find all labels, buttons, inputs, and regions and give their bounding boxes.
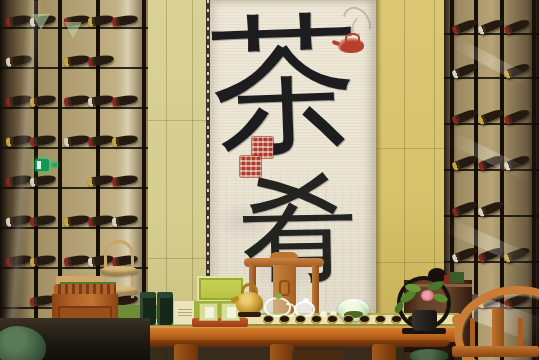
teacup	[278, 314, 290, 324]
wine-bottle	[111, 14, 138, 27]
wine-bottle	[29, 214, 56, 227]
seal-stamp	[252, 137, 273, 158]
wine-bottle	[63, 94, 90, 107]
teapot-illustration	[338, 38, 364, 53]
glass-decal	[32, 14, 50, 30]
glass-decal	[64, 22, 82, 38]
stool-under-table	[292, 350, 344, 360]
exit-indicator-light	[52, 163, 57, 167]
stand-tray	[100, 266, 138, 275]
seal-stamp	[240, 156, 261, 177]
teacup	[294, 314, 306, 324]
table-leg	[372, 344, 396, 360]
wine-bottle	[87, 94, 114, 107]
wine-bottle	[87, 214, 114, 227]
wine-bottle	[111, 94, 138, 107]
wine-bottle	[63, 54, 90, 67]
wine-bottle	[29, 134, 56, 147]
brass-kettle	[236, 292, 263, 314]
teacup	[326, 314, 338, 324]
banner-shadow	[376, 0, 382, 360]
wine-bottle	[87, 54, 114, 67]
wine-bottle	[63, 254, 90, 267]
panel-seam	[376, 148, 444, 149]
teacup	[262, 314, 274, 324]
wine-bottle	[111, 174, 138, 187]
black-vase	[412, 310, 437, 331]
plant-ring-stand	[397, 276, 453, 336]
green-stone-small	[410, 349, 448, 360]
wine-bottle	[87, 174, 114, 187]
tea-display-photo: 茶 肴	[0, 0, 539, 360]
pink-flower	[421, 290, 434, 301]
right-horseshoe-chair	[452, 282, 539, 360]
gift-box-inner-tin	[199, 303, 218, 321]
kettle-stand	[238, 312, 261, 317]
panel-seam	[148, 120, 206, 121]
table-leg	[174, 344, 198, 360]
wine-bottle	[87, 14, 114, 27]
wine-bottle	[63, 214, 90, 227]
chair-seat	[452, 346, 539, 357]
teacup	[310, 314, 322, 324]
panel-seam	[148, 258, 206, 259]
wine-bottle	[111, 134, 138, 147]
wine-bottle	[111, 214, 138, 227]
wine-bottle	[29, 254, 56, 267]
panel-seam	[376, 262, 444, 263]
wine-bottle	[63, 134, 90, 147]
table-leg	[270, 344, 294, 360]
wine-bottle	[87, 134, 114, 147]
teacup	[358, 314, 370, 324]
teacup	[374, 314, 386, 324]
tea-canister	[157, 292, 173, 325]
exit-sign	[35, 159, 49, 171]
chair-arm-scroll	[452, 314, 464, 326]
teacup	[342, 314, 354, 324]
wine-bottle	[29, 174, 56, 187]
